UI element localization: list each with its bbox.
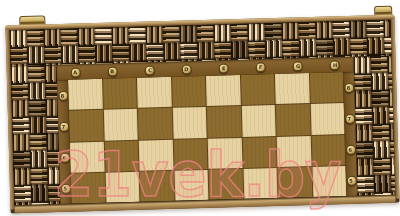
weave-tile — [180, 25, 197, 42]
weave-tile — [371, 90, 388, 107]
file-label: H — [333, 62, 337, 67]
weave-tile — [30, 150, 47, 167]
square-h7 — [310, 103, 344, 134]
weave-tile — [371, 73, 388, 90]
weave-tile — [10, 30, 27, 47]
weave-tile — [370, 56, 387, 73]
chess-board — [68, 72, 346, 204]
file-label-stud: A — [70, 67, 80, 77]
weave-tile — [356, 158, 373, 175]
weave-tile — [12, 117, 29, 134]
file-label-stud: G — [293, 61, 303, 71]
weave-tile — [384, 36, 392, 53]
file-label: E — [222, 65, 226, 70]
file-label-stud: F — [256, 62, 266, 72]
file-label: A — [73, 69, 77, 74]
weave-tile — [298, 22, 315, 39]
weave-tile — [180, 42, 197, 59]
rank-label-stud: 5 — [60, 183, 70, 193]
rank-label: 7 — [348, 116, 352, 121]
weave-tile — [146, 43, 163, 60]
weave-tile — [95, 44, 112, 61]
square-a5 — [71, 173, 105, 204]
weave-tile — [29, 116, 46, 133]
weave-tile — [391, 174, 396, 191]
weave-tile — [316, 38, 333, 55]
square-g8 — [275, 73, 309, 104]
weave-tile — [367, 37, 384, 54]
weave-tile — [349, 20, 366, 37]
rank-label-stud: 7 — [345, 113, 355, 123]
weave-tile — [27, 29, 44, 46]
square-c7 — [138, 108, 172, 139]
rank-label-stud: 7 — [59, 121, 69, 131]
weave-tile — [231, 24, 248, 41]
file-label: G — [296, 63, 300, 68]
weave-tile — [61, 28, 78, 45]
file-label-stud: C — [144, 65, 154, 75]
square-b8 — [102, 78, 136, 109]
weave-tile — [11, 66, 28, 83]
square-e7 — [207, 106, 241, 137]
carved-border-left — [11, 65, 61, 205]
square-g7 — [276, 104, 310, 135]
weave-tile — [299, 39, 316, 56]
weave-tile — [78, 45, 95, 62]
square-c5 — [140, 171, 174, 202]
weave-tile — [11, 83, 28, 100]
weave-tile — [372, 107, 389, 124]
weave-tile — [333, 38, 350, 55]
square-g5 — [278, 167, 312, 198]
square-b7 — [103, 109, 137, 140]
weave-tile — [163, 43, 180, 60]
square-b5 — [105, 172, 139, 203]
weave-tile — [355, 107, 372, 124]
weave-tile — [29, 133, 46, 150]
weave-tile — [27, 46, 44, 63]
rank-label-stud: 5 — [346, 175, 356, 185]
weave-tile — [264, 23, 281, 40]
weave-tile — [163, 26, 180, 43]
square-f5 — [243, 168, 277, 199]
square-h5 — [312, 166, 346, 197]
square-a6 — [70, 141, 104, 172]
weave-tile — [14, 185, 31, 202]
weave-tile — [373, 141, 390, 158]
product-photo: A B C D E F G H 8 7 6 5 8 7 6 5 21vek.by — [0, 0, 400, 216]
file-label: C — [148, 67, 152, 72]
square-a7 — [69, 110, 103, 141]
rank-label-stud: 8 — [344, 82, 354, 92]
square-h6 — [311, 135, 345, 166]
square-d7 — [172, 107, 206, 138]
square-a8 — [68, 79, 102, 110]
weave-tile — [214, 41, 231, 58]
weave-tile — [78, 28, 95, 45]
weave-tile — [354, 73, 371, 90]
rank-label-stud: 6 — [345, 144, 355, 154]
weave-tile — [12, 100, 29, 117]
rank-label-stud: 6 — [60, 152, 70, 162]
square-b6 — [104, 140, 138, 171]
weave-tile — [95, 28, 112, 45]
weave-tile — [28, 82, 45, 99]
weave-tile — [282, 39, 299, 56]
weave-tile — [247, 23, 264, 40]
weave-tile — [354, 90, 371, 107]
weave-tile — [373, 158, 390, 175]
weave-tile — [112, 44, 129, 61]
rank-label: 6 — [63, 155, 67, 160]
weave-tile — [12, 134, 29, 151]
weave-tile — [112, 27, 129, 44]
weave-tile — [350, 37, 367, 54]
weave-tile — [44, 46, 61, 63]
weave-tile — [129, 44, 146, 61]
square-c6 — [139, 139, 173, 170]
square-d5 — [174, 170, 208, 201]
weave-tile — [31, 184, 48, 201]
square-f7 — [241, 105, 275, 136]
square-e5 — [209, 169, 243, 200]
weave-tile — [29, 99, 46, 116]
square-d6 — [173, 138, 207, 169]
weave-tile — [197, 25, 214, 42]
file-label: F — [259, 64, 263, 69]
square-e8 — [206, 75, 240, 106]
weave-tile — [332, 21, 349, 38]
file-label-stud: B — [107, 66, 117, 76]
weave-tile — [248, 40, 265, 57]
weave-tile — [357, 175, 374, 192]
rank-label: 5 — [64, 186, 68, 191]
file-label: B — [110, 68, 114, 73]
weave-tile — [374, 175, 391, 192]
weave-tile — [197, 42, 214, 59]
weave-tile — [30, 167, 47, 184]
weave-tile — [214, 24, 231, 41]
weave-tile — [231, 41, 248, 58]
weave-tile — [372, 124, 389, 141]
square-e6 — [208, 137, 242, 168]
square-d8 — [171, 76, 205, 107]
rank-label: 6 — [349, 147, 353, 152]
weave-tile — [13, 168, 30, 185]
weave-tile — [355, 124, 372, 141]
weave-tile — [129, 27, 146, 44]
weave-tile — [366, 20, 383, 37]
weave-tile — [10, 47, 27, 64]
weave-tile — [44, 29, 61, 46]
square-g6 — [277, 136, 311, 167]
carved-border-right — [353, 56, 395, 196]
rank-label: 8 — [61, 93, 65, 98]
rank-label: 5 — [350, 178, 354, 183]
weave-tile — [48, 184, 61, 201]
square-c8 — [137, 77, 171, 108]
rank-label: 8 — [347, 85, 351, 90]
weave-tile — [353, 56, 370, 73]
weave-tile — [28, 65, 45, 82]
file-label-stud: D — [182, 64, 192, 74]
weave-tile — [356, 141, 373, 158]
file-label-stud: H — [330, 60, 340, 70]
square-f8 — [240, 74, 274, 105]
square-f6 — [242, 136, 276, 167]
weave-tile — [265, 40, 282, 57]
rank-label-stud: 8 — [58, 90, 68, 100]
weave-tile — [315, 21, 332, 38]
weave-tile — [61, 45, 78, 62]
square-h8 — [309, 72, 343, 103]
weave-tile — [13, 151, 30, 168]
weave-tile — [146, 26, 163, 43]
chess-box: A B C D E F G H 8 7 6 5 8 7 6 5 — [5, 15, 399, 214]
file-label-stud: E — [219, 63, 229, 73]
weave-tile — [383, 20, 391, 37]
file-label: D — [184, 66, 188, 71]
rank-label: 7 — [62, 124, 66, 129]
weave-tile — [281, 22, 298, 39]
